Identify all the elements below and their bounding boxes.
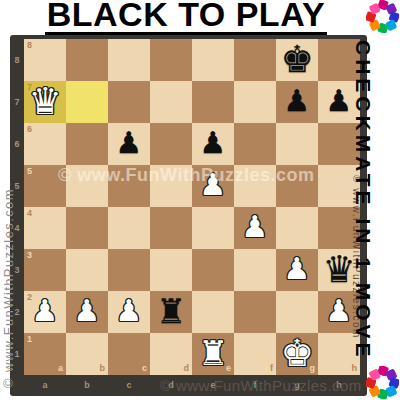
square-c6[interactable]: ♟: [108, 123, 150, 165]
square-d8[interactable]: [150, 39, 192, 81]
file-label-f: f: [270, 364, 273, 373]
frame-rank-label-6: 6: [10, 123, 24, 165]
square-a3[interactable]: 3: [24, 249, 66, 291]
rank-label-5: 5: [27, 167, 32, 176]
square-g4[interactable]: [276, 207, 318, 249]
white-pawn-f4: ♟: [234, 206, 276, 248]
square-d1[interactable]: d: [150, 333, 192, 375]
white-pawn-g3: ♟: [276, 248, 318, 290]
white-pawn-c2: ♟: [108, 290, 150, 332]
square-b3[interactable]: [66, 249, 108, 291]
page-title-bar: BLACK TO PLAY: [0, 0, 372, 35]
square-c2[interactable]: ♟: [108, 291, 150, 333]
square-e8[interactable]: [192, 39, 234, 81]
puzzle-logo-icon: [366, 366, 399, 399]
file-label-c: c: [142, 364, 147, 373]
square-e1[interactable]: e♜: [192, 333, 234, 375]
square-f4[interactable]: ♟: [234, 207, 276, 249]
square-c7[interactable]: [108, 81, 150, 123]
file-label-g: g: [310, 364, 316, 373]
square-d3[interactable]: [150, 249, 192, 291]
square-d5[interactable]: [150, 165, 192, 207]
square-b4[interactable]: [66, 207, 108, 249]
file-label-h: h: [352, 364, 358, 373]
square-a4[interactable]: 4: [24, 207, 66, 249]
file-label-d: d: [184, 364, 190, 373]
square-c5[interactable]: [108, 165, 150, 207]
rank-label-7: 7: [27, 83, 32, 92]
square-e4[interactable]: [192, 207, 234, 249]
square-d2[interactable]: ♜: [150, 291, 192, 333]
frame-file-label-h: h: [318, 375, 360, 396]
frame-rank-label-7: 7: [10, 81, 24, 123]
square-c8[interactable]: [108, 39, 150, 81]
square-c1[interactable]: c: [108, 333, 150, 375]
square-e3[interactable]: [192, 249, 234, 291]
square-g8[interactable]: ♚: [276, 39, 318, 81]
black-king-g8: ♚: [276, 38, 318, 80]
file-labels-frame: abcdefgh: [24, 375, 360, 396]
frame-file-label-f: f: [234, 375, 276, 396]
frame-file-label-a: a: [24, 375, 66, 396]
square-a1[interactable]: 1a: [24, 333, 66, 375]
black-rook-d2: ♜: [150, 290, 192, 332]
square-f6[interactable]: [234, 123, 276, 165]
square-f7[interactable]: [234, 81, 276, 123]
square-g7[interactable]: ♟: [276, 81, 318, 123]
square-f8[interactable]: [234, 39, 276, 81]
square-b1[interactable]: b: [66, 333, 108, 375]
board: 8♚7♛♟♟6♟♟5♟4♟3♟♛2♟♟♟♜♟1abcde♜fg♚h: [24, 39, 360, 375]
square-e5[interactable]: ♟: [192, 165, 234, 207]
square-a7[interactable]: 7♛: [24, 81, 66, 123]
square-e6[interactable]: ♟: [192, 123, 234, 165]
square-a5[interactable]: 5: [24, 165, 66, 207]
file-label-b: b: [100, 364, 106, 373]
square-c3[interactable]: [108, 249, 150, 291]
square-d4[interactable]: [150, 207, 192, 249]
white-pawn-e5: ♟: [192, 164, 234, 206]
square-e7[interactable]: [192, 81, 234, 123]
square-g1[interactable]: g♚: [276, 333, 318, 375]
square-b8[interactable]: [66, 39, 108, 81]
board-frame: 87654321 8♚7♛♟♟6♟♟5♟4♟3♟♛2♟♟♟♜♟1abcde♜fg…: [10, 35, 367, 396]
black-pawn-g7: ♟: [276, 80, 318, 122]
black-pawn-c6: ♟: [108, 122, 150, 164]
rank-label-8: 8: [27, 41, 32, 50]
square-a8[interactable]: 8: [24, 39, 66, 81]
square-g3[interactable]: ♟: [276, 249, 318, 291]
square-g5[interactable]: [276, 165, 318, 207]
frame-file-label-e: e: [192, 375, 234, 396]
square-b2[interactable]: ♟: [66, 291, 108, 333]
square-a6[interactable]: 6: [24, 123, 66, 165]
square-b5[interactable]: [66, 165, 108, 207]
page-title: BLACK TO PLAY: [45, 0, 328, 35]
page: BLACK TO PLAY 87654321 8♚7♛♟♟6♟♟5♟4♟3♟♛2…: [0, 0, 400, 400]
frame-file-label-c: c: [108, 375, 150, 396]
square-b7[interactable]: [66, 81, 108, 123]
square-f1[interactable]: f: [234, 333, 276, 375]
square-b6[interactable]: [66, 123, 108, 165]
rank-label-2: 2: [27, 293, 32, 302]
square-f2[interactable]: [234, 291, 276, 333]
square-a2[interactable]: 2♟: [24, 291, 66, 333]
file-label-e: e: [226, 364, 231, 373]
square-e2[interactable]: [192, 291, 234, 333]
frame-rank-label-8: 8: [10, 39, 24, 81]
puzzle-logo-icon: [366, 0, 399, 33]
square-f3[interactable]: [234, 249, 276, 291]
square-c4[interactable]: [108, 207, 150, 249]
rank-label-3: 3: [27, 251, 32, 260]
frame-file-label-b: b: [66, 375, 108, 396]
rank-label-4: 4: [27, 209, 32, 218]
square-g6[interactable]: [276, 123, 318, 165]
frame-file-label-d: d: [150, 375, 192, 396]
square-d7[interactable]: [150, 81, 192, 123]
rank-label-1: 1: [27, 335, 32, 344]
square-d6[interactable]: [150, 123, 192, 165]
black-pawn-e6: ♟: [192, 122, 234, 164]
rank-label-6: 6: [27, 125, 32, 134]
white-pawn-b2: ♟: [66, 290, 108, 332]
square-f5[interactable]: [234, 165, 276, 207]
file-label-a: a: [58, 364, 63, 373]
square-g2[interactable]: [276, 291, 318, 333]
frame-file-label-g: g: [276, 375, 318, 396]
